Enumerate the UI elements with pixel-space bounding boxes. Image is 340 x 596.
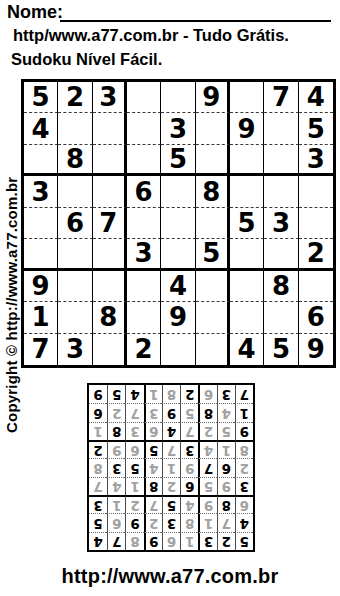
puzzle-cell-r7c5: 4 xyxy=(161,271,195,302)
answer-cell-r2c8: 6 xyxy=(107,513,125,531)
puzzle-cell-r9c1: 7 xyxy=(24,334,58,365)
footer-url: http://www.a77.com.br xyxy=(0,565,340,588)
puzzle-cell-r7c6[interactable] xyxy=(196,271,230,302)
puzzle-cell-r4c6: 8 xyxy=(196,176,230,207)
answer-cell-r8c5: 9 xyxy=(162,403,180,421)
answer-cell-r5c5: 1 xyxy=(162,458,180,476)
answer-cell-r3c3: 9 xyxy=(198,495,216,513)
answer-cell-r5c7: 5 xyxy=(125,458,143,476)
name-blank-line xyxy=(60,20,331,22)
puzzle-cell-r4c1: 3 xyxy=(24,176,58,207)
puzzle-cell-r1c8: 7 xyxy=(264,82,298,113)
puzzle-cell-r9c8: 5 xyxy=(264,334,298,365)
answer-cell-r6c1: 8 xyxy=(235,440,253,458)
puzzle-cell-r5c8: 3 xyxy=(264,208,298,239)
answer-cell-r5c1: 2 xyxy=(235,458,253,476)
puzzle-cell-r3c7[interactable] xyxy=(230,145,264,176)
puzzle-cell-r7c1: 9 xyxy=(24,271,58,302)
puzzle-cell-r5c6[interactable] xyxy=(196,208,230,239)
answer-cell-r1c9: 4 xyxy=(89,532,107,550)
puzzle-cell-r9c6[interactable] xyxy=(196,334,230,365)
name-label: Nome: xyxy=(7,2,63,23)
answer-cell-r3c8: 1 xyxy=(107,495,125,513)
answer-cell-r3c2: 8 xyxy=(217,495,235,513)
answer-cell-r7c4: 7 xyxy=(180,422,198,440)
puzzle-cell-r2c6[interactable] xyxy=(196,113,230,144)
answer-cell-r9c6: 1 xyxy=(144,385,162,403)
puzzle-cell-r7c4[interactable] xyxy=(127,271,161,302)
answer-cell-r1c6: 9 xyxy=(144,532,162,550)
puzzle-cell-r4c4: 6 xyxy=(127,176,161,207)
puzzle-cell-r3c5: 5 xyxy=(161,145,195,176)
answer-cell-r4c2: 9 xyxy=(217,477,235,495)
puzzle-cell-r8c5: 9 xyxy=(161,302,195,333)
puzzle-cell-r2c5: 3 xyxy=(161,113,195,144)
puzzle-cell-r5c4[interactable] xyxy=(127,208,161,239)
answer-cell-r7c3: 2 xyxy=(198,422,216,440)
puzzle-cell-r3c1[interactable] xyxy=(24,145,58,176)
puzzle-cell-r1c4[interactable] xyxy=(127,82,161,113)
puzzle-cell-r5c1[interactable] xyxy=(24,208,58,239)
puzzle-cell-r5c3: 7 xyxy=(93,208,127,239)
puzzle-cell-r4c3[interactable] xyxy=(93,176,127,207)
answer-cell-r9c3: 6 xyxy=(198,385,216,403)
puzzle-cell-r6c9: 2 xyxy=(299,239,333,270)
answer-cell-r9c2: 3 xyxy=(217,385,235,403)
answer-cell-r6c5: 7 xyxy=(162,440,180,458)
puzzle-cell-r3c3[interactable] xyxy=(93,145,127,176)
answer-cell-r1c5: 6 xyxy=(162,532,180,550)
puzzle-cell-r3c9: 3 xyxy=(299,145,333,176)
answer-cell-r9c1: 7 xyxy=(235,385,253,403)
answer-cell-r1c2: 2 xyxy=(217,532,235,550)
puzzle-cell-r4c8[interactable] xyxy=(264,176,298,207)
puzzle-cell-r9c3[interactable] xyxy=(93,334,127,365)
puzzle-cell-r3c2: 8 xyxy=(58,145,92,176)
answer-cell-r2c5: 3 xyxy=(162,513,180,531)
answer-cell-r1c3: 3 xyxy=(198,532,216,550)
answer-cell-r7c5: 4 xyxy=(162,422,180,440)
puzzle-cell-r6c1[interactable] xyxy=(24,239,58,270)
answer-cell-r2c1: 4 xyxy=(235,513,253,531)
puzzle-cell-r7c8: 8 xyxy=(264,271,298,302)
answer-cell-r5c8: 3 xyxy=(107,458,125,476)
answer-cell-r2c2: 7 xyxy=(217,513,235,531)
answer-cell-r4c5: 2 xyxy=(162,477,180,495)
copyright-vertical-text: Copyright © http://www.a77.com.br xyxy=(3,83,20,433)
answer-cell-r5c4: 9 xyxy=(180,458,198,476)
puzzle-cell-r4c5[interactable] xyxy=(161,176,195,207)
answer-cell-r3c9: 3 xyxy=(89,495,107,513)
answer-cell-r2c4: 8 xyxy=(180,513,198,531)
puzzle-cell-r1c5[interactable] xyxy=(161,82,195,113)
answer-cell-r4c6: 8 xyxy=(144,477,162,495)
answer-cell-r1c8: 7 xyxy=(107,532,125,550)
puzzle-cell-r6c2[interactable] xyxy=(58,239,92,270)
puzzle-cell-r7c7[interactable] xyxy=(230,271,264,302)
puzzle-cell-r8c8[interactable] xyxy=(264,302,298,333)
puzzle-cell-r2c3[interactable] xyxy=(93,113,127,144)
answer-cell-r6c4: 3 xyxy=(180,440,198,458)
puzzle-cell-r1c9: 4 xyxy=(299,82,333,113)
puzzle-cell-r6c4: 3 xyxy=(127,239,161,270)
puzzle-cell-r2c2[interactable] xyxy=(58,113,92,144)
puzzle-cell-r3c8[interactable] xyxy=(264,145,298,176)
puzzle-cell-r6c7[interactable] xyxy=(230,239,264,270)
sudoku-grid: 523974439585336867533529481896732459 xyxy=(21,79,336,368)
puzzle-cell-r1c2: 2 xyxy=(58,82,92,113)
answer-cell-r4c1: 3 xyxy=(235,477,253,495)
puzzle-cell-r6c8[interactable] xyxy=(264,239,298,270)
puzzle-cell-r5c2: 6 xyxy=(58,208,92,239)
puzzle-cell-r1c3: 3 xyxy=(93,82,127,113)
puzzle-cell-r6c6: 5 xyxy=(196,239,230,270)
answer-cell-r3c6: 7 xyxy=(144,495,162,513)
puzzle-cell-r2c7: 9 xyxy=(230,113,264,144)
answer-cell-r9c4: 2 xyxy=(180,385,198,403)
puzzle-cell-r2c9: 5 xyxy=(299,113,333,144)
puzzle-cell-r6c5[interactable] xyxy=(161,239,195,270)
answer-cell-r2c3: 1 xyxy=(198,513,216,531)
puzzle-cell-r4c2[interactable] xyxy=(58,176,92,207)
puzzle-cell-r9c2: 3 xyxy=(58,334,92,365)
answer-cell-r8c8: 2 xyxy=(107,403,125,421)
answer-cell-r2c6: 2 xyxy=(144,513,162,531)
puzzle-cell-r9c5[interactable] xyxy=(161,334,195,365)
answer-grid-upside-down: 5231698744718329656894572133956281472679… xyxy=(87,383,255,552)
answer-cell-r8c6: 3 xyxy=(144,403,162,421)
answer-cell-r1c1: 5 xyxy=(235,532,253,550)
answer-cell-r5c3: 7 xyxy=(198,458,216,476)
answer-cell-r6c3: 4 xyxy=(198,440,216,458)
puzzle-cell-r8c1: 1 xyxy=(24,302,58,333)
site-tagline: http/www.a77.com.br - Tudo Grátis. xyxy=(13,26,289,45)
puzzle-cell-r7c3[interactable] xyxy=(93,271,127,302)
answer-cell-r4c3: 5 xyxy=(198,477,216,495)
answer-cell-r1c7: 8 xyxy=(125,532,143,550)
answer-cell-r9c7: 4 xyxy=(125,385,143,403)
answer-cell-r7c2: 5 xyxy=(217,422,235,440)
puzzle-cell-r8c3: 8 xyxy=(93,302,127,333)
puzzle-cell-r5c5[interactable] xyxy=(161,208,195,239)
puzzle-cell-r4c7[interactable] xyxy=(230,176,264,207)
puzzle-cell-r7c2[interactable] xyxy=(58,271,92,302)
puzzle-cell-r4c9[interactable] xyxy=(299,176,333,207)
answer-cell-r8c3: 8 xyxy=(198,403,216,421)
answer-cell-r4c4: 6 xyxy=(180,477,198,495)
answer-cell-r4c8: 4 xyxy=(107,477,125,495)
answer-cell-r4c7: 1 xyxy=(125,477,143,495)
answer-cell-r8c1: 1 xyxy=(235,403,253,421)
answer-cell-r7c9: 1 xyxy=(89,422,107,440)
puzzle-cell-r8c2[interactable] xyxy=(58,302,92,333)
puzzle-cell-r1c1: 5 xyxy=(24,82,58,113)
answer-cell-r6c6: 5 xyxy=(144,440,162,458)
answer-cell-r3c7: 2 xyxy=(125,495,143,513)
answer-cell-r6c7: 6 xyxy=(125,440,143,458)
puzzle-cell-r3c6[interactable] xyxy=(196,145,230,176)
puzzle-cell-r8c4[interactable] xyxy=(127,302,161,333)
puzzle-cell-r5c7: 5 xyxy=(230,208,264,239)
answer-cell-r8c7: 7 xyxy=(125,403,143,421)
sudoku-worksheet-page: Nome: http/www.a77.com.br - Tudo Grátis.… xyxy=(0,0,340,596)
puzzle-cell-r8c6[interactable] xyxy=(196,302,230,333)
answer-cell-r7c1: 9 xyxy=(235,422,253,440)
puzzle-cell-r9c7: 4 xyxy=(230,334,264,365)
answer-cell-r9c5: 8 xyxy=(162,385,180,403)
puzzle-cell-r1c6: 9 xyxy=(196,82,230,113)
answer-cell-r6c2: 1 xyxy=(217,440,235,458)
puzzle-cell-r1c7[interactable] xyxy=(230,82,264,113)
answer-cell-r2c7: 9 xyxy=(125,513,143,531)
puzzle-cell-r9c4: 2 xyxy=(127,334,161,365)
answer-cell-r3c4: 4 xyxy=(180,495,198,513)
answer-cell-r5c2: 6 xyxy=(217,458,235,476)
answer-cell-r5c9: 8 xyxy=(89,458,107,476)
puzzle-cell-r7c9[interactable] xyxy=(299,271,333,302)
answer-cell-r7c7: 3 xyxy=(125,422,143,440)
puzzle-cell-r9c9: 9 xyxy=(299,334,333,365)
puzzle-cell-r6c3[interactable] xyxy=(93,239,127,270)
puzzle-cell-r8c7[interactable] xyxy=(230,302,264,333)
answer-cell-r5c6: 4 xyxy=(144,458,162,476)
answer-cell-r6c9: 2 xyxy=(89,440,107,458)
puzzle-level-title: Sudoku Nível Fácil. xyxy=(11,50,162,69)
answer-cell-r4c9: 7 xyxy=(89,477,107,495)
puzzle-cell-r2c1: 4 xyxy=(24,113,58,144)
answer-cell-r6c8: 9 xyxy=(107,440,125,458)
answer-cell-r2c9: 5 xyxy=(89,513,107,531)
answer-cell-r8c9: 6 xyxy=(89,403,107,421)
answer-cell-r7c8: 8 xyxy=(107,422,125,440)
answer-cell-r7c6: 6 xyxy=(144,422,162,440)
answer-cell-r3c1: 6 xyxy=(235,495,253,513)
answer-cell-r9c9: 9 xyxy=(89,385,107,403)
answer-cell-r8c2: 4 xyxy=(217,403,235,421)
puzzle-cell-r2c4[interactable] xyxy=(127,113,161,144)
puzzle-cell-r5c9[interactable] xyxy=(299,208,333,239)
answer-cell-r1c4: 1 xyxy=(180,532,198,550)
answer-cell-r3c5: 5 xyxy=(162,495,180,513)
answer-cell-r9c8: 5 xyxy=(107,385,125,403)
answer-cell-r8c4: 5 xyxy=(180,403,198,421)
puzzle-cell-r3c4[interactable] xyxy=(127,145,161,176)
puzzle-cell-r2c8[interactable] xyxy=(264,113,298,144)
puzzle-cell-r8c9: 6 xyxy=(299,302,333,333)
